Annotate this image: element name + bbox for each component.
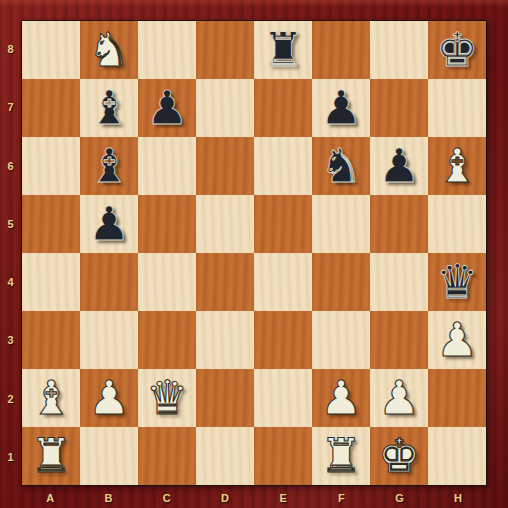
square-c4[interactable] <box>138 253 196 311</box>
square-g8[interactable] <box>370 21 428 79</box>
square-g7[interactable] <box>370 79 428 137</box>
square-e7[interactable] <box>254 79 312 137</box>
square-d1[interactable] <box>196 427 254 485</box>
square-d7[interactable] <box>196 79 254 137</box>
square-h8[interactable]: ♚ <box>428 21 486 79</box>
square-c2[interactable]: ♛ <box>138 369 196 427</box>
rank-label-2: 2 <box>0 370 21 428</box>
square-h1[interactable] <box>428 427 486 485</box>
square-b4[interactable] <box>80 253 138 311</box>
piece-white-pawn[interactable]: ♟ <box>320 369 362 427</box>
square-a1[interactable]: ♜ <box>22 427 80 485</box>
piece-white-bishop[interactable]: ♝ <box>30 369 72 427</box>
rank-label-4: 4 <box>0 253 21 311</box>
square-c1[interactable] <box>138 427 196 485</box>
square-b1[interactable] <box>80 427 138 485</box>
square-a2[interactable]: ♝ <box>22 369 80 427</box>
square-f4[interactable] <box>312 253 370 311</box>
square-b8[interactable]: ♞ <box>80 21 138 79</box>
square-a7[interactable] <box>22 79 80 137</box>
piece-white-king[interactable]: ♚ <box>378 427 420 485</box>
file-label-c: C <box>138 487 196 508</box>
square-g5[interactable] <box>370 195 428 253</box>
square-c3[interactable] <box>138 311 196 369</box>
square-f1[interactable]: ♜ <box>312 427 370 485</box>
square-b2[interactable]: ♟ <box>80 369 138 427</box>
piece-black-king[interactable]: ♚ <box>436 21 478 79</box>
square-g2[interactable]: ♟ <box>370 369 428 427</box>
square-e1[interactable] <box>254 427 312 485</box>
piece-black-pawn[interactable]: ♟ <box>378 137 420 195</box>
square-g4[interactable] <box>370 253 428 311</box>
file-label-g: G <box>371 487 429 508</box>
chess-board: ♞♜♚♝♟♟♝♞♟♝♟♛♟♝♟♛♟♟♜♜♚ <box>21 20 487 486</box>
piece-white-pawn[interactable]: ♟ <box>378 369 420 427</box>
piece-black-bishop[interactable]: ♝ <box>88 137 130 195</box>
square-e8[interactable]: ♜ <box>254 21 312 79</box>
piece-white-rook[interactable]: ♜ <box>320 427 362 485</box>
file-labels: ABCDEFGH <box>21 487 487 508</box>
square-d6[interactable] <box>196 137 254 195</box>
square-h5[interactable] <box>428 195 486 253</box>
square-a3[interactable] <box>22 311 80 369</box>
rank-label-3: 3 <box>0 311 21 369</box>
square-e5[interactable] <box>254 195 312 253</box>
square-c5[interactable] <box>138 195 196 253</box>
square-h6[interactable]: ♝ <box>428 137 486 195</box>
square-a8[interactable] <box>22 21 80 79</box>
piece-black-pawn[interactable]: ♟ <box>146 79 188 137</box>
square-e3[interactable] <box>254 311 312 369</box>
square-d2[interactable] <box>196 369 254 427</box>
piece-white-rook[interactable]: ♜ <box>30 427 72 485</box>
rank-label-6: 6 <box>0 137 21 195</box>
file-label-d: D <box>196 487 254 508</box>
file-label-h: H <box>429 487 487 508</box>
square-d5[interactable] <box>196 195 254 253</box>
chess-board-frame: 87654321 ♞♜♚♝♟♟♝♞♟♝♟♛♟♝♟♛♟♟♜♜♚ ABCDEFGH <box>0 0 508 508</box>
square-c6[interactable] <box>138 137 196 195</box>
piece-black-queen[interactable]: ♛ <box>436 253 478 311</box>
square-e4[interactable] <box>254 253 312 311</box>
piece-white-queen[interactable]: ♛ <box>146 369 188 427</box>
piece-black-rook[interactable]: ♜ <box>262 21 304 79</box>
file-label-a: A <box>21 487 79 508</box>
square-f7[interactable]: ♟ <box>312 79 370 137</box>
square-f3[interactable] <box>312 311 370 369</box>
square-e2[interactable] <box>254 369 312 427</box>
square-c7[interactable]: ♟ <box>138 79 196 137</box>
piece-black-bishop[interactable]: ♝ <box>88 79 130 137</box>
square-f8[interactable] <box>312 21 370 79</box>
square-b3[interactable] <box>80 311 138 369</box>
piece-black-pawn[interactable]: ♟ <box>88 195 130 253</box>
square-a4[interactable] <box>22 253 80 311</box>
square-b7[interactable]: ♝ <box>80 79 138 137</box>
square-c8[interactable] <box>138 21 196 79</box>
square-f5[interactable] <box>312 195 370 253</box>
piece-black-pawn[interactable]: ♟ <box>320 79 362 137</box>
square-b6[interactable]: ♝ <box>80 137 138 195</box>
file-label-b: B <box>79 487 137 508</box>
square-d3[interactable] <box>196 311 254 369</box>
square-g3[interactable] <box>370 311 428 369</box>
square-f6[interactable]: ♞ <box>312 137 370 195</box>
square-f2[interactable]: ♟ <box>312 369 370 427</box>
file-label-e: E <box>254 487 312 508</box>
square-h2[interactable] <box>428 369 486 427</box>
rank-label-7: 7 <box>0 78 21 136</box>
square-h3[interactable]: ♟ <box>428 311 486 369</box>
rank-label-5: 5 <box>0 195 21 253</box>
square-e6[interactable] <box>254 137 312 195</box>
piece-white-knight[interactable]: ♞ <box>88 21 130 79</box>
rank-labels: 87654321 <box>0 20 21 486</box>
piece-white-bishop[interactable]: ♝ <box>436 137 478 195</box>
square-a6[interactable] <box>22 137 80 195</box>
square-g1[interactable]: ♚ <box>370 427 428 485</box>
piece-white-pawn[interactable]: ♟ <box>88 369 130 427</box>
square-b5[interactable]: ♟ <box>80 195 138 253</box>
square-g6[interactable]: ♟ <box>370 137 428 195</box>
file-label-f: F <box>312 487 370 508</box>
rank-label-1: 1 <box>0 428 21 486</box>
square-a5[interactable] <box>22 195 80 253</box>
piece-black-knight[interactable]: ♞ <box>320 137 362 195</box>
square-d8[interactable] <box>196 21 254 79</box>
square-h4[interactable]: ♛ <box>428 253 486 311</box>
rank-label-8: 8 <box>0 20 21 78</box>
piece-white-pawn[interactable]: ♟ <box>436 311 478 369</box>
square-d4[interactable] <box>196 253 254 311</box>
square-h7[interactable] <box>428 79 486 137</box>
